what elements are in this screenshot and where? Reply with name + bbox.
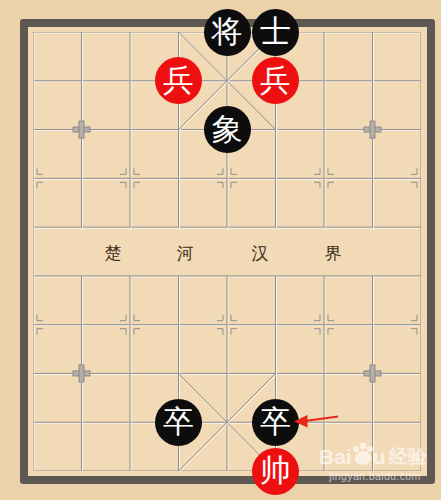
piece-black-soldier-left[interactable]: 卒: [155, 399, 202, 446]
xiangqi-screenshot: 楚 河 汉 界 将士兵兵象卒卒帅 Bai u 经验 jingyan.baidu.…: [0, 0, 441, 500]
baidu-watermark: Bai u 经验 jingyan.baidu.com: [319, 444, 439, 482]
watermark-brand-suffix: u: [373, 445, 386, 469]
river-char-jie: 界: [322, 242, 344, 265]
board-lines: [33, 32, 421, 471]
piece-black-advisor[interactable]: 士: [252, 9, 299, 56]
baidu-paw-icon: [351, 441, 375, 467]
watermark-brand-cn: 经验: [389, 444, 427, 470]
piece-black-elephant[interactable]: 象: [204, 106, 251, 153]
piece-black-general[interactable]: 将: [204, 9, 251, 56]
river-char-he: 河: [174, 242, 196, 265]
watermark-brand-row: Bai u 经验: [319, 444, 439, 470]
piece-red-general[interactable]: 帅: [252, 448, 299, 495]
piece-red-soldier-right[interactable]: 兵: [252, 57, 299, 104]
river-char-han: 汉: [249, 242, 271, 265]
move-arrow: [293, 412, 339, 429]
river-char-chu: 楚: [102, 242, 124, 265]
watermark-brand-prefix: Bai: [319, 445, 352, 469]
board-grid: [33, 32, 421, 471]
piece-red-soldier-left[interactable]: 兵: [155, 57, 202, 104]
watermark-url: jingyan.baidu.com: [319, 470, 431, 482]
piece-black-soldier-right[interactable]: 卒: [252, 399, 299, 446]
